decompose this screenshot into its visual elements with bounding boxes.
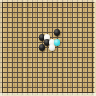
- go-board-window: [0, 0, 96, 96]
- last-move-highlighted-stone-M11: [54, 39, 60, 45]
- intersection-8-9[interactable]: [40, 45, 45, 50]
- intersection-11-8[interactable]: [55, 40, 60, 45]
- intersection-18-18[interactable]: [90, 90, 95, 95]
- go-board-grid[interactable]: [0, 0, 95, 95]
- intersection-10-9[interactable]: [50, 45, 55, 50]
- intersection-11-6[interactable]: [55, 30, 60, 35]
- black-stone-M13: [54, 29, 60, 35]
- white-stone-L10: [49, 44, 55, 50]
- black-stone-J10: [39, 44, 45, 50]
